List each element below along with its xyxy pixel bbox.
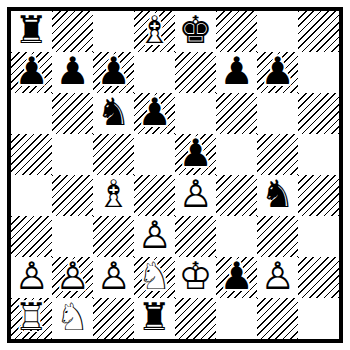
square-e5[interactable]: ♟♟ xyxy=(175,134,216,175)
square-d7[interactable] xyxy=(134,52,175,93)
piece-glyph: ♟ xyxy=(96,52,130,90)
square-h4[interactable] xyxy=(298,175,339,216)
piece-glyph: ♟ xyxy=(260,52,294,90)
piece-glyph: ♙ xyxy=(137,216,171,254)
piece-glyph: ♞ xyxy=(260,175,294,213)
piece-black-rook[interactable]: ♜♜ xyxy=(11,11,52,52)
piece-white-knight[interactable]: ♞♘ xyxy=(52,298,93,339)
piece-black-king[interactable]: ♚♚ xyxy=(175,11,216,52)
square-a4[interactable] xyxy=(11,175,52,216)
chess-board: ♜♜♝♗♚♚♟♟♟♟♟♟♟♟♟♟♞♞♟♟♟♟♝♗♟♙♞♞♟♙♟♙♟♙♟♙♞♘♚♔… xyxy=(7,7,343,343)
square-d3[interactable]: ♟♙ xyxy=(134,216,175,257)
square-h5[interactable] xyxy=(298,134,339,175)
square-c5[interactable] xyxy=(93,134,134,175)
piece-white-bishop[interactable]: ♝♗ xyxy=(134,11,175,52)
square-h1[interactable] xyxy=(298,298,339,339)
piece-glyph: ♔ xyxy=(178,257,212,295)
piece-white-pawn[interactable]: ♟♙ xyxy=(257,257,298,298)
square-f7[interactable]: ♟♟ xyxy=(216,52,257,93)
piece-white-pawn[interactable]: ♟♙ xyxy=(134,216,175,257)
piece-black-pawn[interactable]: ♟♟ xyxy=(52,52,93,93)
piece-white-pawn[interactable]: ♟♙ xyxy=(175,175,216,216)
piece-black-pawn[interactable]: ♟♟ xyxy=(93,52,134,93)
piece-white-knight[interactable]: ♞♘ xyxy=(134,257,175,298)
square-e4[interactable]: ♟♙ xyxy=(175,175,216,216)
piece-white-king[interactable]: ♚♔ xyxy=(175,257,216,298)
square-h6[interactable] xyxy=(298,93,339,134)
square-h8[interactable] xyxy=(298,11,339,52)
square-a2[interactable]: ♟♙ xyxy=(11,257,52,298)
piece-glyph: ♘ xyxy=(137,257,171,295)
piece-glyph: ♙ xyxy=(96,257,130,295)
square-a5[interactable] xyxy=(11,134,52,175)
square-e8[interactable]: ♚♚ xyxy=(175,11,216,52)
piece-glyph: ♜ xyxy=(137,298,171,336)
square-h7[interactable] xyxy=(298,52,339,93)
square-c8[interactable] xyxy=(93,11,134,52)
square-g4[interactable]: ♞♞ xyxy=(257,175,298,216)
square-a7[interactable]: ♟♟ xyxy=(11,52,52,93)
square-f5[interactable] xyxy=(216,134,257,175)
square-d6[interactable]: ♟♟ xyxy=(134,93,175,134)
piece-black-knight[interactable]: ♞♞ xyxy=(93,93,134,134)
square-d5[interactable] xyxy=(134,134,175,175)
square-b4[interactable] xyxy=(52,175,93,216)
square-c4[interactable]: ♝♗ xyxy=(93,175,134,216)
piece-black-pawn[interactable]: ♟♟ xyxy=(257,52,298,93)
square-a8[interactable]: ♜♜ xyxy=(11,11,52,52)
square-g7[interactable]: ♟♟ xyxy=(257,52,298,93)
square-g1[interactable] xyxy=(257,298,298,339)
square-b2[interactable]: ♟♙ xyxy=(52,257,93,298)
square-b5[interactable] xyxy=(52,134,93,175)
piece-glyph: ♟ xyxy=(137,93,171,131)
piece-glyph: ♙ xyxy=(178,175,212,213)
piece-glyph: ♘ xyxy=(55,298,89,336)
square-b1[interactable]: ♞♘ xyxy=(52,298,93,339)
piece-glyph: ♗ xyxy=(137,11,171,49)
square-b7[interactable]: ♟♟ xyxy=(52,52,93,93)
piece-white-pawn[interactable]: ♟♙ xyxy=(93,257,134,298)
piece-glyph: ♟ xyxy=(178,134,212,172)
square-a6[interactable] xyxy=(11,93,52,134)
piece-glyph: ♙ xyxy=(55,257,89,295)
square-c2[interactable]: ♟♙ xyxy=(93,257,134,298)
square-f1[interactable] xyxy=(216,298,257,339)
square-e7[interactable] xyxy=(175,52,216,93)
square-f8[interactable] xyxy=(216,11,257,52)
square-e3[interactable] xyxy=(175,216,216,257)
piece-black-knight[interactable]: ♞♞ xyxy=(257,175,298,216)
square-g8[interactable] xyxy=(257,11,298,52)
piece-glyph: ♟ xyxy=(14,52,48,90)
piece-black-pawn[interactable]: ♟♟ xyxy=(11,52,52,93)
square-d4[interactable] xyxy=(134,175,175,216)
piece-glyph: ♟ xyxy=(219,257,253,295)
square-d1[interactable]: ♜♜ xyxy=(134,298,175,339)
square-e1[interactable] xyxy=(175,298,216,339)
piece-white-bishop[interactable]: ♝♗ xyxy=(93,175,134,216)
piece-glyph: ♚ xyxy=(178,11,212,49)
square-g3[interactable] xyxy=(257,216,298,257)
square-c3[interactable] xyxy=(93,216,134,257)
square-c7[interactable]: ♟♟ xyxy=(93,52,134,93)
square-b3[interactable] xyxy=(52,216,93,257)
square-f3[interactable] xyxy=(216,216,257,257)
square-g6[interactable] xyxy=(257,93,298,134)
piece-black-pawn[interactable]: ♟♟ xyxy=(216,52,257,93)
square-d2[interactable]: ♞♘ xyxy=(134,257,175,298)
piece-glyph: ♗ xyxy=(96,175,130,213)
piece-glyph: ♖ xyxy=(14,298,48,336)
square-g2[interactable]: ♟♙ xyxy=(257,257,298,298)
piece-glyph: ♜ xyxy=(14,11,48,49)
piece-glyph: ♙ xyxy=(260,257,294,295)
square-b6[interactable] xyxy=(52,93,93,134)
square-a1[interactable]: ♜♖ xyxy=(11,298,52,339)
piece-black-pawn[interactable]: ♟♟ xyxy=(175,134,216,175)
piece-white-pawn[interactable]: ♟♙ xyxy=(52,257,93,298)
square-f2[interactable]: ♟♟ xyxy=(216,257,257,298)
piece-glyph: ♟ xyxy=(55,52,89,90)
piece-glyph: ♞ xyxy=(96,93,130,131)
piece-black-pawn[interactable]: ♟♟ xyxy=(216,257,257,298)
piece-glyph: ♟ xyxy=(219,52,253,90)
piece-glyph: ♙ xyxy=(14,257,48,295)
square-c1[interactable] xyxy=(93,298,134,339)
chess-diagram: ♜♜♝♗♚♚♟♟♟♟♟♟♟♟♟♟♞♞♟♟♟♟♝♗♟♙♞♞♟♙♟♙♟♙♟♙♞♘♚♔… xyxy=(0,0,350,350)
piece-white-pawn[interactable]: ♟♙ xyxy=(11,257,52,298)
square-a3[interactable] xyxy=(11,216,52,257)
square-b8[interactable] xyxy=(52,11,93,52)
square-e2[interactable]: ♚♔ xyxy=(175,257,216,298)
square-f6[interactable] xyxy=(216,93,257,134)
piece-black-pawn[interactable]: ♟♟ xyxy=(134,93,175,134)
piece-white-rook[interactable]: ♜♖ xyxy=(11,298,52,339)
square-e6[interactable] xyxy=(175,93,216,134)
square-h2[interactable] xyxy=(298,257,339,298)
square-c6[interactable]: ♞♞ xyxy=(93,93,134,134)
square-g5[interactable] xyxy=(257,134,298,175)
square-d8[interactable]: ♝♗ xyxy=(134,11,175,52)
square-f4[interactable] xyxy=(216,175,257,216)
square-h3[interactable] xyxy=(298,216,339,257)
piece-black-rook[interactable]: ♜♜ xyxy=(134,298,175,339)
